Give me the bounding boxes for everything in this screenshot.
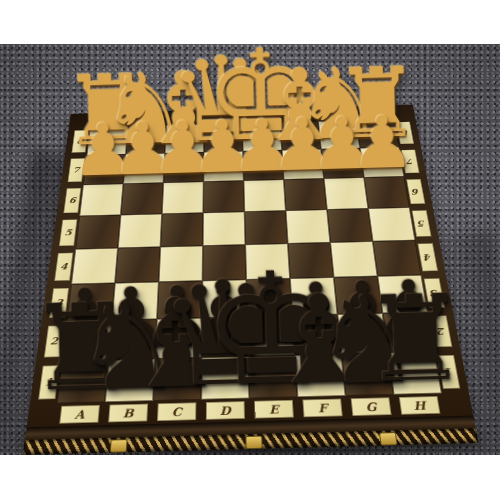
square-f5 [286, 210, 331, 244]
square-f4 [288, 242, 334, 278]
square-c4 [159, 246, 203, 282]
rank-label-left-8: 8 [71, 130, 88, 153]
square-c2 [155, 318, 202, 359]
square-f2 [292, 314, 341, 355]
brass-hinge-right [379, 432, 398, 445]
board-group: 8877665544332211ABCDEFGH ♜♞♝♛♚♝♞♜♟♟♟♟♟♟♟… [0, 44, 500, 455]
square-d4 [202, 245, 246, 281]
rank-label-right-2: 2 [430, 315, 452, 347]
square-f7 [282, 149, 324, 179]
square-b6 [121, 183, 164, 215]
square-c7 [163, 152, 203, 183]
square-d7 [204, 151, 244, 181]
square-g7 [321, 148, 364, 178]
file-label-e: E [254, 400, 294, 419]
square-a7 [83, 154, 126, 185]
square-f3 [290, 277, 337, 315]
square-b1 [105, 359, 155, 402]
square-g2 [337, 313, 388, 354]
square-e3 [246, 278, 292, 316]
square-a6 [79, 184, 123, 216]
square-d5 [203, 212, 245, 246]
square-f8 [280, 121, 321, 150]
rank-label-right-5: 5 [412, 210, 432, 237]
square-c5 [160, 213, 203, 247]
rank-label-right-1: 1 [437, 355, 460, 389]
square-f1 [295, 354, 346, 397]
square-h2 [383, 312, 435, 353]
square-g6 [324, 177, 368, 209]
square-h8 [356, 119, 399, 148]
brass-hinge-center [246, 436, 263, 449]
square-a4 [71, 248, 118, 284]
rank-label-left-1: 1 [38, 365, 59, 399]
rank-label-left-3: 3 [49, 288, 69, 318]
square-g1 [341, 353, 393, 396]
square-g3 [334, 276, 383, 314]
square-b2 [109, 319, 157, 360]
square-d3 [202, 280, 247, 318]
square-b5 [118, 214, 162, 248]
file-label-g: G [351, 397, 392, 416]
square-f6 [284, 178, 327, 210]
rank-label-right-7: 7 [401, 150, 420, 174]
square-a2 [62, 320, 112, 361]
rank-label-left-4: 4 [54, 253, 73, 281]
chess-board: 8877665544332211ABCDEFGH [23, 105, 479, 455]
square-g8 [318, 120, 360, 149]
rank-label-right-3: 3 [424, 278, 445, 308]
square-e7 [243, 150, 284, 180]
square-c8 [165, 124, 204, 153]
square-h5 [368, 207, 415, 241]
square-c3 [157, 281, 203, 319]
file-label-a: A [59, 405, 100, 424]
square-e6 [244, 180, 286, 212]
square-b7 [123, 153, 165, 184]
square-a1 [57, 360, 109, 404]
rank-label-right-6: 6 [406, 179, 425, 204]
square-e1 [248, 355, 297, 398]
brass-hinge-left [109, 439, 127, 453]
square-d2 [202, 317, 249, 358]
rank-label-right-8: 8 [396, 122, 414, 145]
square-a3 [67, 283, 115, 321]
photo-page: 8877665544332211ABCDEFGH ♜♞♝♛♚♝♞♜♟♟♟♟♟♟♟… [0, 0, 500, 500]
rank-label-left-2: 2 [44, 325, 65, 357]
square-d1 [201, 356, 249, 399]
square-a8 [87, 126, 128, 155]
file-label-c: C [157, 402, 196, 421]
rank-label-right-4: 4 [417, 243, 438, 271]
square-b8 [126, 125, 166, 154]
square-h7 [360, 147, 404, 177]
file-label-f: F [302, 399, 342, 418]
square-c1 [153, 357, 202, 400]
square-g5 [327, 208, 373, 242]
square-g4 [330, 241, 377, 277]
file-label-b: B [108, 404, 148, 423]
square-a5 [75, 215, 120, 249]
rank-label-left-6: 6 [63, 188, 81, 213]
photo-area: 8877665544332211ABCDEFGH ♜♞♝♛♚♝♞♜♟♟♟♟♟♟♟… [0, 44, 500, 455]
square-e8 [242, 122, 282, 151]
file-label-h: H [399, 396, 441, 415]
rank-label-left-7: 7 [68, 158, 85, 182]
square-b3 [112, 282, 159, 320]
square-e4 [245, 244, 290, 280]
square-d8 [204, 123, 243, 152]
square-d6 [203, 181, 244, 213]
square-h3 [377, 275, 427, 313]
square-h6 [364, 176, 410, 208]
square-e2 [247, 316, 295, 357]
square-h4 [373, 240, 422, 276]
square-e5 [244, 211, 287, 245]
square-h1 [388, 351, 442, 394]
square-b4 [115, 247, 160, 283]
file-label-d: D [206, 401, 245, 420]
square-c6 [162, 182, 204, 214]
rank-label-left-5: 5 [59, 219, 77, 246]
